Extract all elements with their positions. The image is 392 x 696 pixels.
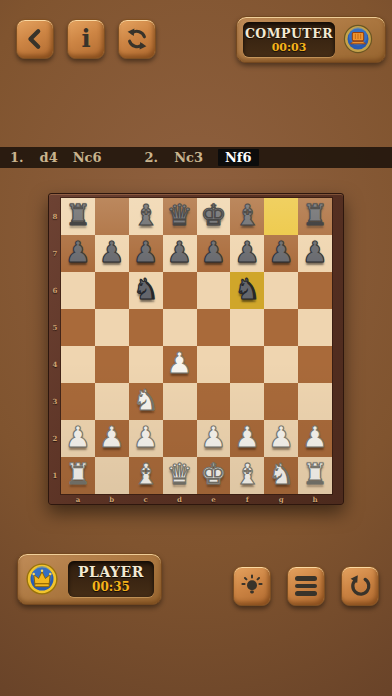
- file-label-g: g: [264, 494, 298, 504]
- square-a2[interactable]: ♟: [61, 420, 95, 457]
- square-h2[interactable]: ♟: [298, 420, 332, 457]
- player-name: PLAYER: [78, 564, 144, 580]
- black-pawn-f7[interactable]: ♟: [234, 238, 260, 267]
- move[interactable]: Nc3: [174, 150, 203, 165]
- chess-board: 87654321 ♜♝♛♚♝♜♟♟♟♟♟♟♟♟♞♞♟♞♟♟♟♟♟♟♟♜♝♛♚♝♞…: [48, 193, 344, 505]
- black-pawn-d7[interactable]: ♟: [167, 238, 193, 267]
- square-h3[interactable]: [298, 383, 332, 420]
- back-chevron-icon: [24, 28, 46, 50]
- move-number: 1.: [10, 150, 24, 165]
- square-f3[interactable]: [230, 383, 264, 420]
- square-h5[interactable]: [298, 309, 332, 346]
- square-c3[interactable]: ♞: [129, 383, 163, 420]
- square-d4[interactable]: ♟: [163, 346, 197, 383]
- square-c2[interactable]: ♟: [129, 420, 163, 457]
- square-f1[interactable]: ♝: [230, 457, 264, 494]
- white-bishop-c1[interactable]: ♝: [133, 460, 159, 489]
- square-g2[interactable]: ♟: [264, 420, 298, 457]
- square-g5[interactable]: [264, 309, 298, 346]
- black-king-e8[interactable]: ♚: [200, 201, 226, 230]
- square-c6[interactable]: ♞: [129, 272, 163, 309]
- black-queen-d8[interactable]: ♛: [167, 201, 193, 230]
- square-c1[interactable]: ♝: [129, 457, 163, 494]
- square-a3[interactable]: [61, 383, 95, 420]
- undo-arrow-icon: [348, 574, 372, 598]
- square-e4[interactable]: [197, 346, 231, 383]
- player-clock: 00:35: [92, 580, 130, 594]
- square-e8[interactable]: ♚: [197, 198, 231, 235]
- square-d6[interactable]: [163, 272, 197, 309]
- square-a8[interactable]: ♜: [61, 198, 95, 235]
- square-h8[interactable]: ♜: [298, 198, 332, 235]
- white-knight-g1[interactable]: ♞: [268, 460, 294, 489]
- square-g4[interactable]: [264, 346, 298, 383]
- square-f2[interactable]: ♟: [230, 420, 264, 457]
- flip-board-button[interactable]: [118, 19, 156, 59]
- square-e5[interactable]: [197, 309, 231, 346]
- white-pawn-e2[interactable]: ♟: [200, 423, 226, 452]
- black-pawn-b7[interactable]: ♟: [99, 238, 125, 267]
- square-e2[interactable]: ♟: [197, 420, 231, 457]
- square-c4[interactable]: [129, 346, 163, 383]
- rank-label-1: 1: [49, 457, 61, 494]
- info-icon: i: [81, 27, 90, 51]
- player-widget: PLAYER 00:35: [17, 553, 162, 605]
- square-a5[interactable]: [61, 309, 95, 346]
- black-bishop-f8[interactable]: ♝: [234, 201, 260, 230]
- black-knight-f6[interactable]: ♞: [234, 275, 260, 304]
- back-button[interactable]: [16, 19, 54, 59]
- white-rook-a1[interactable]: ♜: [65, 460, 91, 489]
- rank-label-7: 7: [49, 235, 61, 272]
- file-label-f: f: [230, 494, 264, 504]
- white-pawn-d4[interactable]: ♟: [167, 349, 193, 378]
- square-h1[interactable]: ♜: [298, 457, 332, 494]
- square-f8[interactable]: ♝: [230, 198, 264, 235]
- square-d1[interactable]: ♛: [163, 457, 197, 494]
- rank-label-6: 6: [49, 272, 61, 309]
- black-pawn-g7[interactable]: ♟: [268, 238, 294, 267]
- square-b3[interactable]: [95, 383, 129, 420]
- square-c7[interactable]: ♟: [129, 235, 163, 272]
- square-h6[interactable]: [298, 272, 332, 309]
- opponent-name: COMPUTER: [245, 26, 333, 41]
- black-rook-h8[interactable]: ♜: [302, 201, 328, 230]
- square-a7[interactable]: ♟: [61, 235, 95, 272]
- file-label-e: e: [197, 494, 231, 504]
- chess-app: i COMPUTER 00:03: [0, 0, 392, 696]
- square-b1[interactable]: [95, 457, 129, 494]
- square-g8[interactable]: [264, 198, 298, 235]
- square-e3[interactable]: [197, 383, 231, 420]
- square-g7[interactable]: ♟: [264, 235, 298, 272]
- white-pawn-g2[interactable]: ♟: [268, 423, 294, 452]
- square-g3[interactable]: [264, 383, 298, 420]
- rank-label-5: 5: [49, 309, 61, 346]
- square-e6[interactable]: [197, 272, 231, 309]
- player-avatar-icon: [19, 556, 65, 606]
- square-d7[interactable]: ♟: [163, 235, 197, 272]
- square-c5[interactable]: [129, 309, 163, 346]
- file-labels: abcdefgh: [61, 494, 332, 504]
- square-f5[interactable]: [230, 309, 264, 346]
- square-f7[interactable]: ♟: [230, 235, 264, 272]
- file-label-c: c: [129, 494, 163, 504]
- white-king-e1[interactable]: ♚: [200, 460, 226, 489]
- square-g1[interactable]: ♞: [264, 457, 298, 494]
- rank-label-4: 4: [49, 346, 61, 383]
- rank-labels: 87654321: [49, 198, 61, 494]
- square-d8[interactable]: ♛: [163, 198, 197, 235]
- file-label-d: d: [163, 494, 197, 504]
- square-d3[interactable]: [163, 383, 197, 420]
- square-g6[interactable]: [264, 272, 298, 309]
- black-pawn-e7[interactable]: ♟: [200, 238, 226, 267]
- square-b7[interactable]: ♟: [95, 235, 129, 272]
- square-f6[interactable]: ♞: [230, 272, 264, 309]
- opponent-widget: COMPUTER 00:03: [236, 16, 386, 63]
- square-b5[interactable]: [95, 309, 129, 346]
- opponent-clock: 00:03: [272, 41, 307, 54]
- square-h7[interactable]: ♟: [298, 235, 332, 272]
- black-pawn-a7[interactable]: ♟: [65, 238, 91, 267]
- square-a4[interactable]: [61, 346, 95, 383]
- info-button[interactable]: i: [67, 19, 105, 59]
- board-grid: ♜♝♛♚♝♜♟♟♟♟♟♟♟♟♞♞♟♞♟♟♟♟♟♟♟♜♝♛♚♝♞♜: [61, 198, 332, 494]
- square-b8[interactable]: [95, 198, 129, 235]
- white-pawn-a2[interactable]: ♟: [65, 423, 91, 452]
- move-number: 2.: [145, 150, 159, 165]
- move[interactable]: Nc6: [73, 150, 102, 165]
- square-d5[interactable]: [163, 309, 197, 346]
- square-d2[interactable]: [163, 420, 197, 457]
- black-rook-a8[interactable]: ♜: [65, 201, 91, 230]
- hamburger-icon: [295, 576, 317, 596]
- file-label-a: a: [61, 494, 95, 504]
- computer-avatar-icon: [337, 18, 379, 64]
- black-knight-c6[interactable]: ♞: [133, 275, 159, 304]
- menu-button[interactable]: [287, 566, 325, 606]
- file-label-h: h: [298, 494, 332, 504]
- hint-button[interactable]: [233, 566, 271, 606]
- square-b4[interactable]: [95, 346, 129, 383]
- rank-label-8: 8: [49, 198, 61, 235]
- undo-button[interactable]: [341, 566, 379, 606]
- square-f4[interactable]: [230, 346, 264, 383]
- black-bishop-c8[interactable]: ♝: [133, 201, 159, 230]
- rank-label-2: 2: [49, 420, 61, 457]
- white-rook-h1[interactable]: ♜: [302, 460, 328, 489]
- square-c8[interactable]: ♝: [129, 198, 163, 235]
- square-h4[interactable]: [298, 346, 332, 383]
- square-b6[interactable]: [95, 272, 129, 309]
- lightbulb-icon: [240, 574, 264, 598]
- move[interactable]: d4: [40, 150, 58, 165]
- current-move[interactable]: Nf6: [218, 149, 259, 166]
- file-label-b: b: [95, 494, 129, 504]
- square-b2[interactable]: ♟: [95, 420, 129, 457]
- square-e1[interactable]: ♚: [197, 457, 231, 494]
- square-a1[interactable]: ♜: [61, 457, 95, 494]
- white-pawn-c2[interactable]: ♟: [133, 423, 159, 452]
- white-queen-d1[interactable]: ♛: [167, 460, 193, 489]
- flip-arrows-icon: [125, 27, 149, 51]
- white-knight-c3[interactable]: ♞: [133, 386, 159, 415]
- white-pawn-b2[interactable]: ♟: [99, 423, 125, 452]
- white-pawn-h2[interactable]: ♟: [302, 423, 328, 452]
- square-e7[interactable]: ♟: [197, 235, 231, 272]
- black-pawn-h7[interactable]: ♟: [302, 238, 328, 267]
- square-a6[interactable]: [61, 272, 95, 309]
- black-pawn-c7[interactable]: ♟: [133, 238, 159, 267]
- move-list: 1.d4Nc62.Nc3Nf6: [0, 147, 392, 168]
- white-pawn-f2[interactable]: ♟: [234, 423, 260, 452]
- white-bishop-f1[interactable]: ♝: [234, 460, 260, 489]
- rank-label-3: 3: [49, 383, 61, 420]
